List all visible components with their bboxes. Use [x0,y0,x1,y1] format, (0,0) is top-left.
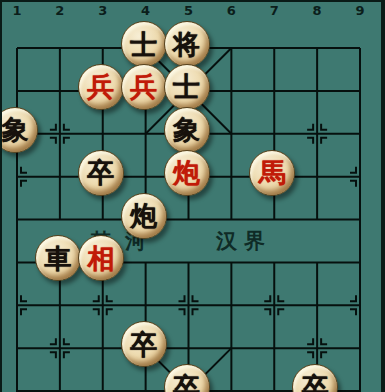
file-number-label: 8 [296,3,339,19]
file-number-row: 123456789 [0,3,381,19]
file-number-label: 1 [0,3,38,19]
piece-red-cannon[interactable]: 炮 [164,150,210,196]
file-number-label: 3 [81,3,124,19]
file-number-label: 4 [124,3,167,19]
piece-red-elephant[interactable]: 相 [78,235,124,281]
file-number-label: 5 [167,3,210,19]
xiangqi-board: 123456789 楚河 汉界 士将兵兵士象象卒炮馬炮車相卒卒卒 [0,0,385,392]
file-number-label: 7 [253,3,296,19]
piece-black-advisor[interactable]: 士 [121,21,167,67]
piece-black-chariot[interactable]: 車 [35,235,81,281]
window-edge-top [0,0,385,2]
window-edge-right [381,0,385,392]
piece-red-soldier[interactable]: 兵 [121,64,167,110]
piece-black-general[interactable]: 将 [164,21,210,67]
piece-black-elephant[interactable]: 象 [164,107,210,153]
piece-black-advisor[interactable]: 士 [164,64,210,110]
piece-black-cannon[interactable]: 炮 [121,193,167,239]
file-number-label: 2 [38,3,81,19]
piece-black-soldier[interactable]: 卒 [121,321,167,367]
piece-black-elephant[interactable]: 象 [0,107,38,153]
window-edge-left [0,0,2,392]
piece-red-soldier[interactable]: 兵 [78,64,124,110]
file-number-label: 9 [339,3,382,19]
file-number-label: 6 [210,3,253,19]
piece-layer: 士将兵兵士象象卒炮馬炮車相卒卒卒 [0,27,381,392]
piece-black-soldier[interactable]: 卒 [78,150,124,196]
piece-black-soldier[interactable]: 卒 [292,364,338,392]
piece-black-soldier[interactable]: 卒 [164,364,210,392]
piece-red-horse[interactable]: 馬 [249,150,295,196]
